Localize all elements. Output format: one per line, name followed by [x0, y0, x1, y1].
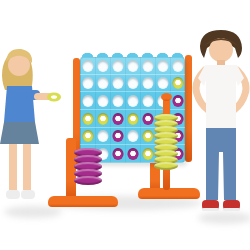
- scene: [0, 0, 250, 250]
- board-cell-g4[interactable]: [170, 92, 185, 110]
- empty-hole: [127, 60, 138, 72]
- girl-skirt: [0, 122, 39, 144]
- board-cell-c4[interactable]: [110, 92, 125, 110]
- board-cell-d6[interactable]: [125, 57, 140, 75]
- board-cell-d2[interactable]: [125, 128, 140, 146]
- board-cell-b5[interactable]: [95, 75, 110, 93]
- purple-ring-stack: [74, 150, 102, 185]
- ring-hole: [51, 95, 57, 99]
- empty-hole: [82, 95, 93, 107]
- boy-shirt: [198, 65, 244, 128]
- empty-hole: [82, 77, 93, 89]
- board-cell-a2[interactable]: [80, 128, 95, 146]
- disc-purple: [112, 148, 123, 160]
- disc-purple: [142, 113, 153, 125]
- board-cell-b3[interactable]: [95, 110, 110, 128]
- girl-left-leg: [9, 144, 17, 190]
- board-cell-c3[interactable]: [110, 110, 125, 128]
- board-cell-d3[interactable]: [125, 110, 140, 128]
- board-cell-d4[interactable]: [125, 92, 140, 110]
- empty-hole: [127, 95, 138, 107]
- board-cell-c2[interactable]: [110, 128, 125, 146]
- boy-right-sole: [223, 208, 240, 211]
- board-cell-a3[interactable]: [80, 110, 95, 128]
- empty-hole: [142, 77, 153, 89]
- board-cell-a5[interactable]: [80, 75, 95, 93]
- empty-hole: [112, 95, 123, 107]
- yellow-ring-stack: [154, 116, 178, 170]
- board-cell-d1[interactable]: [125, 145, 140, 163]
- board-cell-d5[interactable]: [125, 75, 140, 93]
- empty-hole: [157, 77, 168, 89]
- board-cell-e5[interactable]: [140, 75, 155, 93]
- empty-hole: [127, 77, 138, 89]
- board-cell-g6[interactable]: [170, 57, 185, 75]
- board-cell-a4[interactable]: [80, 92, 95, 110]
- board-cell-e1[interactable]: [140, 145, 155, 163]
- girl-figure: [0, 44, 64, 216]
- board-cell-g5[interactable]: [170, 75, 185, 93]
- boy-jeans: [206, 128, 236, 200]
- empty-hole: [172, 60, 183, 72]
- empty-hole: [127, 130, 138, 142]
- girl-left-shoe: [6, 190, 20, 199]
- right-foot-base: [138, 188, 200, 199]
- disc-purple: [112, 130, 123, 142]
- boy-figure: [192, 30, 250, 226]
- purple-ring: [74, 176, 102, 185]
- board-cell-a6[interactable]: [80, 57, 95, 75]
- boy-face: [209, 38, 233, 62]
- disc-purple: [127, 148, 138, 160]
- boy-left-sole: [202, 208, 219, 211]
- right-post-cap: [161, 93, 172, 101]
- disc-yellow: [142, 130, 153, 142]
- board-cell-e3[interactable]: [140, 110, 155, 128]
- board-cell-e4[interactable]: [140, 92, 155, 110]
- board-cell-c1[interactable]: [110, 145, 125, 163]
- board-cell-f5[interactable]: [155, 75, 170, 93]
- board-cell-e2[interactable]: [140, 128, 155, 146]
- empty-hole: [97, 60, 108, 72]
- disc-yellow: [82, 130, 93, 142]
- empty-hole: [97, 95, 108, 107]
- empty-hole: [97, 130, 108, 142]
- disc-yellow: [172, 77, 183, 89]
- yellow-ring: [154, 162, 178, 170]
- board-cell-b4[interactable]: [95, 92, 110, 110]
- disc-yellow: [127, 113, 138, 125]
- board-right-rail: [185, 55, 192, 162]
- empty-hole: [157, 60, 168, 72]
- empty-hole: [97, 77, 108, 89]
- board-cell-b6[interactable]: [95, 57, 110, 75]
- disc-yellow: [97, 113, 108, 125]
- empty-hole: [112, 60, 123, 72]
- disc-purple: [112, 113, 123, 125]
- girl-right-leg: [23, 144, 31, 190]
- disc-yellow: [142, 148, 153, 160]
- empty-hole: [142, 60, 153, 72]
- empty-hole: [142, 95, 153, 107]
- disc-purple: [172, 95, 183, 107]
- board-cell-f6[interactable]: [155, 57, 170, 75]
- girl-right-shoe: [21, 190, 35, 199]
- board-cell-e6[interactable]: [140, 57, 155, 75]
- board-cell-b2[interactable]: [95, 128, 110, 146]
- disc-yellow: [82, 113, 93, 125]
- empty-hole: [112, 77, 123, 89]
- board-cell-c5[interactable]: [110, 75, 125, 93]
- board-cell-c6[interactable]: [110, 57, 125, 75]
- empty-hole: [82, 60, 93, 72]
